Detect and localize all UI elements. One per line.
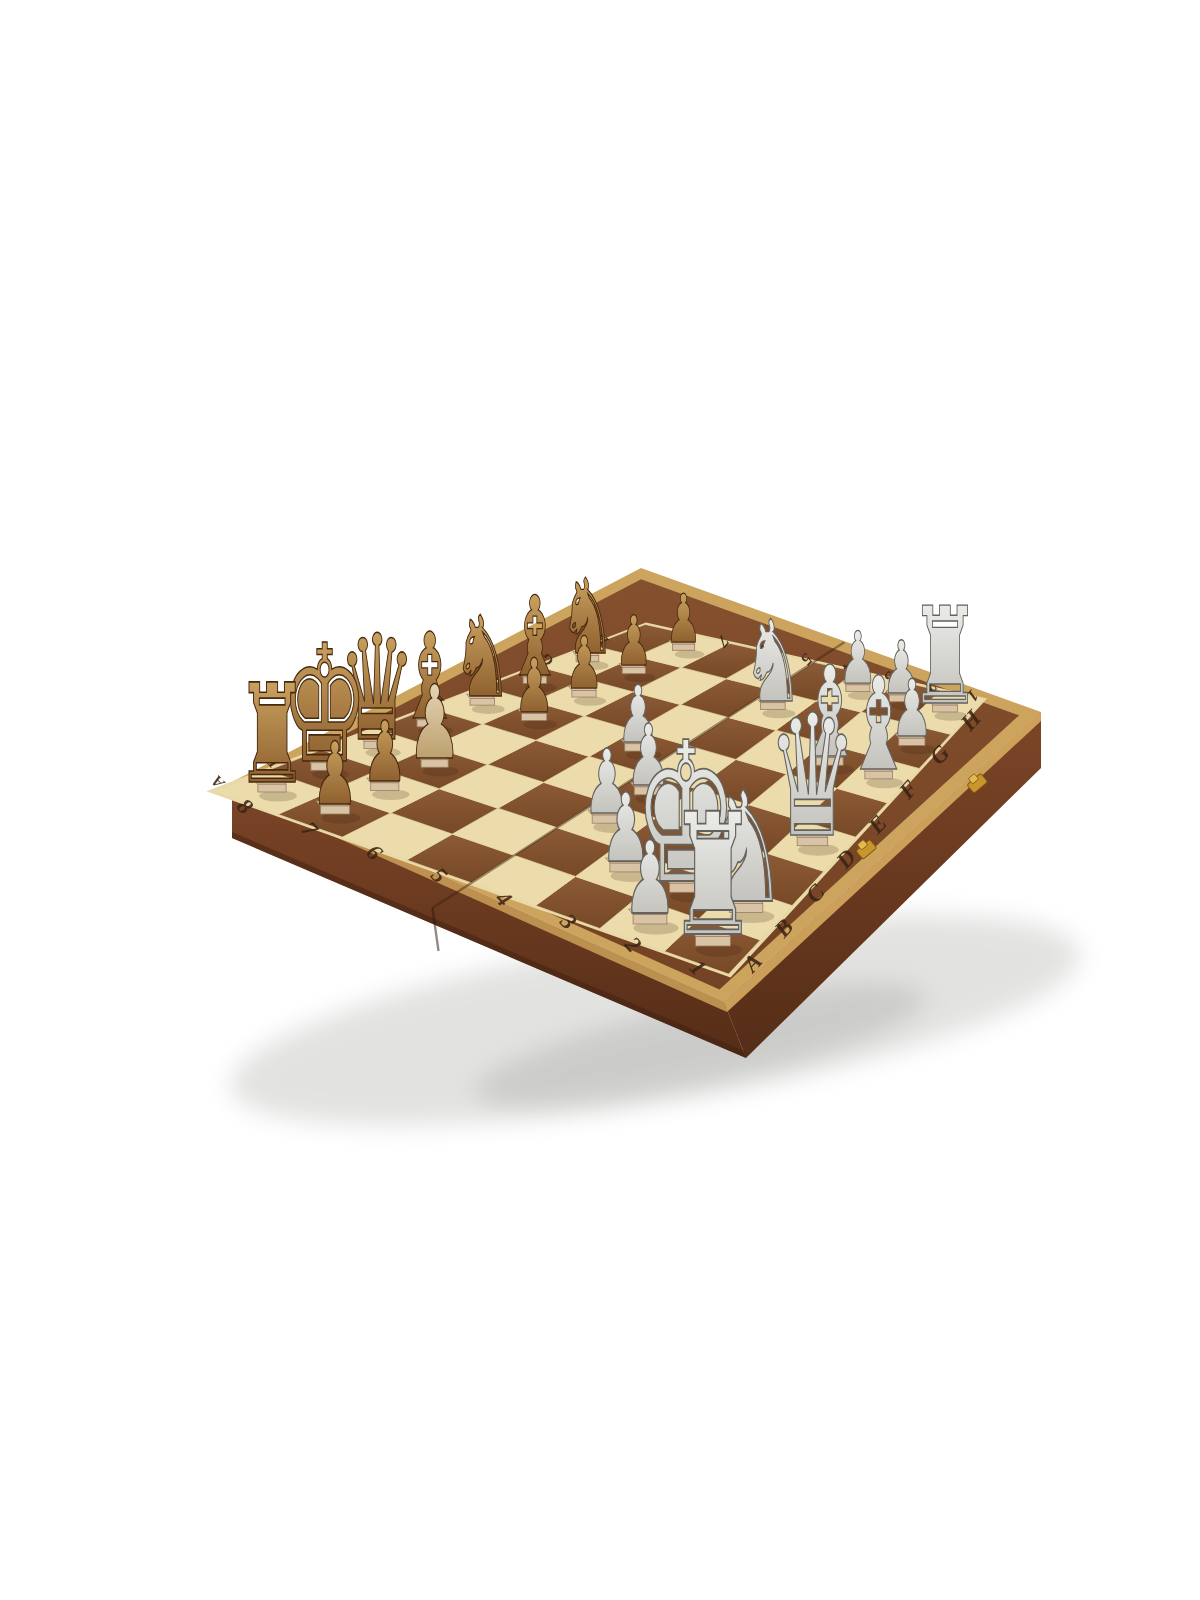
svg-text:♜: ♜ <box>235 655 309 815</box>
product-photo-page: { "game": "chess", "scene": { "descripti… <box>0 0 1200 1600</box>
svg-text:♟: ♟ <box>362 703 407 800</box>
white-rook-a1[interactable]: ♜ <box>668 778 759 974</box>
svg-text:♟: ♟ <box>666 580 702 658</box>
chess-board-photo: 1122334455667788AABBCCDDEEFFGGHH♟♞♟♝♟♟♟♞… <box>0 0 1200 1600</box>
svg-text:♜: ♜ <box>668 778 759 974</box>
chess-board-scene: 1122334455667788AABBCCDDEEFFGGHH♟♞♟♝♟♟♟♞… <box>0 0 1200 1600</box>
black-pawn-b7[interactable]: ♟ <box>362 703 409 800</box>
svg-text:♟: ♟ <box>565 622 604 706</box>
black-pawn-c7[interactable]: ♟ <box>407 663 462 782</box>
black-pawn-f7[interactable]: ♟ <box>565 622 606 706</box>
black-pawn-a7[interactable]: ♟ <box>312 723 361 825</box>
svg-text:♟: ♟ <box>407 663 462 782</box>
black-pawn-h7[interactable]: ♟ <box>666 580 705 658</box>
black-pawn-e7[interactable]: ♟ <box>514 642 557 729</box>
svg-text:♟: ♟ <box>312 723 359 825</box>
svg-text:♟: ♟ <box>514 642 554 729</box>
black-rook-a8[interactable]: ♜ <box>235 655 309 815</box>
